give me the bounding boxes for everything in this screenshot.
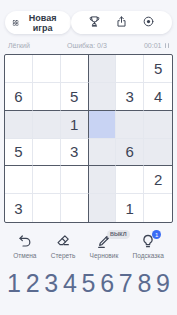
- numpad-4[interactable]: 4: [63, 271, 77, 296]
- settings-icon: [142, 15, 155, 31]
- cell-r6c3[interactable]: [61, 194, 89, 222]
- cell-r1c5[interactable]: [116, 55, 144, 83]
- cell-r5c4[interactable]: [89, 166, 117, 194]
- cell-r1c6[interactable]: 5: [144, 55, 172, 83]
- numpad-3[interactable]: 3: [44, 271, 58, 296]
- draft-button-badge: ВЫКЛ: [107, 230, 130, 239]
- status-bar: Лёгкий Ошибка: 0/3 00:01: [0, 34, 177, 49]
- share-button[interactable]: [108, 15, 135, 31]
- cell-r1c1[interactable]: [5, 55, 33, 83]
- hint-button[interactable]: 1Подсказка: [133, 233, 164, 259]
- cell-r2c1[interactable]: 6: [5, 83, 33, 111]
- pause-button[interactable]: [165, 43, 170, 49]
- cell-r1c3[interactable]: [61, 55, 89, 83]
- draft-button-label: Черновик: [90, 252, 119, 259]
- cell-r1c4[interactable]: [89, 55, 117, 83]
- cell-r5c3[interactable]: [61, 166, 89, 194]
- cell-r4c6[interactable]: [144, 139, 172, 167]
- number-pad: 123456789: [0, 259, 177, 296]
- numpad-5[interactable]: 5: [82, 271, 96, 296]
- erase-button[interactable]: Стереть: [51, 233, 76, 259]
- share-icon: [115, 15, 128, 31]
- numpad-1[interactable]: 1: [7, 271, 21, 296]
- cell-r3c3[interactable]: 1: [61, 111, 89, 139]
- cell-r4c3[interactable]: 3: [61, 139, 89, 167]
- cell-r5c1[interactable]: [5, 166, 33, 194]
- numpad-2[interactable]: 2: [26, 271, 40, 296]
- sudoku-board: 565341536231: [4, 54, 173, 223]
- eraser-icon: [55, 233, 71, 250]
- erase-button-label: Стереть: [51, 252, 76, 259]
- top-actions: [71, 11, 172, 34]
- cell-r5c6[interactable]: 2: [144, 166, 172, 194]
- action-toolbar: ОтменаСтеретьВЫКЛЧерновик1Подсказка: [0, 223, 177, 259]
- cell-r3c6[interactable]: [144, 111, 172, 139]
- timer: 00:01: [144, 42, 169, 49]
- cell-r6c2[interactable]: [33, 194, 61, 222]
- numpad-7[interactable]: 7: [119, 271, 133, 296]
- trophy-icon: [88, 15, 101, 31]
- cell-r6c5[interactable]: 1: [116, 194, 144, 222]
- cell-r2c6[interactable]: 4: [144, 83, 172, 111]
- undo-button[interactable]: Отмена: [13, 233, 36, 259]
- cell-r2c4[interactable]: [89, 83, 117, 111]
- cell-r6c1[interactable]: 3: [5, 194, 33, 222]
- trophy-button[interactable]: [81, 15, 108, 31]
- cell-r4c4[interactable]: [89, 139, 117, 167]
- cell-r3c4[interactable]: [89, 111, 117, 139]
- difficulty-label: Лёгкий: [8, 42, 30, 49]
- draft-button[interactable]: ВЫКЛЧерновик: [90, 233, 119, 259]
- new-game-button[interactable]: Новая игра: [5, 11, 71, 34]
- cell-r4c1[interactable]: 5: [5, 139, 33, 167]
- cell-r4c5[interactable]: 6: [116, 139, 144, 167]
- cell-r5c5[interactable]: [116, 166, 144, 194]
- new-game-label: Новая игра: [24, 13, 61, 33]
- numpad-6[interactable]: 6: [100, 271, 114, 296]
- numpad-8[interactable]: 8: [137, 271, 151, 296]
- cell-r3c5[interactable]: [116, 111, 144, 139]
- cell-r3c2[interactable]: [33, 111, 61, 139]
- cell-r1c2[interactable]: [33, 55, 61, 83]
- numpad-9[interactable]: 9: [156, 271, 170, 296]
- cell-r6c4[interactable]: [89, 194, 117, 222]
- sudoku-app-screen: Новая игра Лёгкий Ошибка: 0/3 00:01 5653…: [0, 0, 177, 315]
- cell-r2c5[interactable]: 3: [116, 83, 144, 111]
- cell-r6c6[interactable]: [144, 194, 172, 222]
- hint-button-badge: 1: [152, 230, 161, 239]
- cell-r5c2[interactable]: [33, 166, 61, 194]
- undo-button-label: Отмена: [13, 252, 36, 259]
- cell-r4c2[interactable]: [33, 139, 61, 167]
- errors-label: Ошибка: 0/3: [67, 42, 107, 49]
- apps-icon: [12, 18, 19, 28]
- undo-icon: [17, 233, 33, 250]
- timer-label: 00:01: [144, 42, 162, 49]
- settings-button[interactable]: [135, 15, 162, 31]
- cell-r3c1[interactable]: [5, 111, 33, 139]
- hint-button-label: Подсказка: [133, 252, 164, 259]
- top-bar: Новая игра: [0, 0, 177, 34]
- cell-r2c3[interactable]: 5: [61, 83, 89, 111]
- cell-r2c2[interactable]: [33, 83, 61, 111]
